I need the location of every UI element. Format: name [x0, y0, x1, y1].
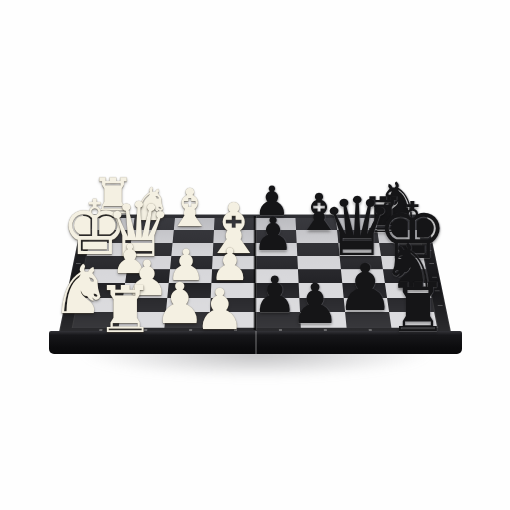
piece-black-rook-h1[interactable]: ♜ [388, 274, 449, 342]
chess-set-photo: ♜♞♝♚♛♝♟♟♟♟♞♜♟♟♟♞♝♜♟♛♚♞♟♟♟♜ [0, 0, 510, 510]
front-edge-seam [255, 331, 257, 354]
piece-black-pawn-g2[interactable]: ♟ [336, 256, 394, 321]
piece-white-rook-b1[interactable]: ♜ [96, 278, 154, 343]
piece-white-pawn-d1[interactable]: ♟ [195, 281, 246, 338]
piece-black-pawn-f1[interactable]: ♟ [290, 277, 340, 332]
